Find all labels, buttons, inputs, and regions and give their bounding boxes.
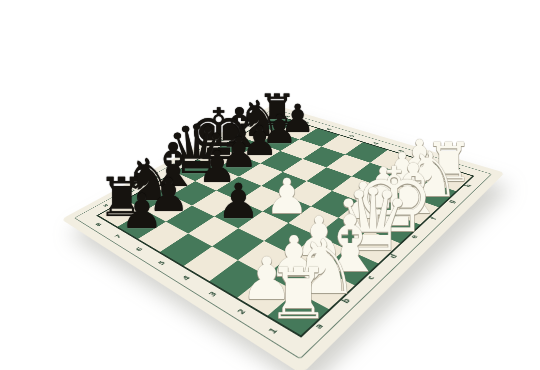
rank-label-3-left: 3: [209, 291, 219, 298]
piece-white-rook-a1[interactable]: ♜: [267, 259, 330, 329]
rank-label-5-left: 5: [158, 261, 167, 267]
product-photo-stage: aa88bb77cc66dd55ee44ff33gg22hh11 ♜♞♝♛♚♝♞…: [0, 0, 540, 370]
pieces-overlay: ♜♞♝♛♚♝♞♜♟♟♟♟♟♟♟♟♟♟♟♟♟♟♟♟♜♞♝♛♚♝♞♜: [0, 0, 540, 370]
rank-label-4-left: 4: [182, 275, 191, 281]
rank-label-6-left: 6: [136, 247, 144, 252]
piece-black-pawn-a7[interactable]: ♟: [120, 187, 163, 235]
piece-black-pawn-c5[interactable]: ♟: [217, 177, 260, 225]
